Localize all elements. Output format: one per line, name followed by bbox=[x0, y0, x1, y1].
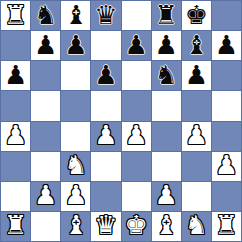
white-rook-h1[interactable]: ♜ bbox=[215, 212, 238, 238]
square-d3[interactable] bbox=[91, 152, 120, 181]
square-d5[interactable] bbox=[91, 91, 120, 120]
square-g1[interactable]: ♞ bbox=[182, 212, 211, 241]
square-f3[interactable] bbox=[152, 152, 181, 181]
black-king-g8[interactable]: ♚ bbox=[185, 2, 208, 28]
square-f1[interactable]: ♝ bbox=[152, 212, 181, 241]
black-pawn-c7[interactable]: ♟ bbox=[64, 32, 87, 58]
square-d8[interactable]: ♛ bbox=[91, 1, 120, 30]
square-b3[interactable] bbox=[31, 152, 60, 181]
square-h6[interactable] bbox=[212, 61, 241, 90]
square-g8[interactable]: ♚ bbox=[182, 1, 211, 30]
white-king-e1[interactable]: ♚ bbox=[124, 212, 147, 238]
square-d6[interactable]: ♟ bbox=[91, 61, 120, 90]
square-h2[interactable] bbox=[212, 182, 241, 211]
square-e3[interactable] bbox=[122, 152, 151, 181]
square-f2[interactable]: ♟ bbox=[152, 182, 181, 211]
square-c4[interactable] bbox=[61, 122, 90, 151]
square-d7[interactable] bbox=[91, 31, 120, 60]
square-b4[interactable] bbox=[31, 122, 60, 151]
square-b7[interactable]: ♟ bbox=[31, 31, 60, 60]
square-c8[interactable]: ♝ bbox=[61, 1, 90, 30]
square-b1[interactable] bbox=[31, 212, 60, 241]
square-g6[interactable]: ♟ bbox=[182, 61, 211, 90]
square-g2[interactable] bbox=[182, 182, 211, 211]
square-b8[interactable]: ♞ bbox=[31, 1, 60, 30]
square-d4[interactable]: ♟ bbox=[91, 122, 120, 151]
square-c6[interactable] bbox=[61, 61, 90, 90]
square-g7[interactable]: ♝ bbox=[182, 31, 211, 60]
square-f8[interactable]: ♜ bbox=[152, 1, 181, 30]
square-c7[interactable]: ♟ bbox=[61, 31, 90, 60]
white-rook-a1[interactable]: ♜ bbox=[4, 212, 27, 238]
square-e2[interactable] bbox=[122, 182, 151, 211]
square-b6[interactable] bbox=[31, 61, 60, 90]
white-pawn-b2[interactable]: ♟ bbox=[34, 182, 57, 208]
square-f4[interactable] bbox=[152, 122, 181, 151]
square-a8[interactable]: ♜ bbox=[1, 1, 30, 30]
square-f5[interactable] bbox=[152, 91, 181, 120]
square-a7[interactable] bbox=[1, 31, 30, 60]
square-g4[interactable]: ♟ bbox=[182, 122, 211, 151]
black-pawn-b7[interactable]: ♟ bbox=[34, 32, 57, 58]
black-pawn-h7[interactable]: ♟ bbox=[215, 32, 238, 58]
square-e8[interactable] bbox=[122, 1, 151, 30]
square-d1[interactable]: ♛ bbox=[91, 212, 120, 241]
square-e4[interactable]: ♟ bbox=[122, 122, 151, 151]
white-pawn-g4[interactable]: ♟ bbox=[185, 122, 208, 148]
white-bishop-c1[interactable]: ♝ bbox=[64, 212, 87, 238]
black-rook-f8[interactable]: ♜ bbox=[155, 2, 178, 28]
square-f7[interactable]: ♟ bbox=[152, 31, 181, 60]
square-b5[interactable] bbox=[31, 91, 60, 120]
black-knight-f6[interactable]: ♞ bbox=[155, 62, 178, 88]
square-a3[interactable] bbox=[1, 152, 30, 181]
white-pawn-c2[interactable]: ♟ bbox=[64, 182, 87, 208]
white-pawn-a4[interactable]: ♟ bbox=[4, 122, 27, 148]
square-g5[interactable] bbox=[182, 91, 211, 120]
square-c1[interactable]: ♝ bbox=[61, 212, 90, 241]
square-h7[interactable]: ♟ bbox=[212, 31, 241, 60]
white-knight-c3[interactable]: ♞ bbox=[64, 152, 87, 178]
white-pawn-h3[interactable]: ♟ bbox=[215, 152, 238, 178]
square-a5[interactable] bbox=[1, 91, 30, 120]
square-g3[interactable] bbox=[182, 152, 211, 181]
black-bishop-g7[interactable]: ♝ bbox=[185, 32, 208, 58]
square-e6[interactable] bbox=[122, 61, 151, 90]
square-e7[interactable]: ♟ bbox=[122, 31, 151, 60]
square-a4[interactable]: ♟ bbox=[1, 122, 30, 151]
white-pawn-f2[interactable]: ♟ bbox=[155, 182, 178, 208]
square-c2[interactable]: ♟ bbox=[61, 182, 90, 211]
white-pawn-d4[interactable]: ♟ bbox=[94, 122, 117, 148]
square-h5[interactable] bbox=[212, 91, 241, 120]
white-pawn-e4[interactable]: ♟ bbox=[124, 122, 147, 148]
white-knight-g1[interactable]: ♞ bbox=[185, 212, 208, 238]
black-pawn-g6[interactable]: ♟ bbox=[185, 62, 208, 88]
square-e1[interactable]: ♚ bbox=[122, 212, 151, 241]
black-bishop-c8[interactable]: ♝ bbox=[64, 2, 87, 28]
square-b2[interactable]: ♟ bbox=[31, 182, 60, 211]
square-d2[interactable] bbox=[91, 182, 120, 211]
white-rook-a8[interactable]: ♜ bbox=[4, 2, 27, 28]
square-h8[interactable] bbox=[212, 1, 241, 30]
black-pawn-e7[interactable]: ♟ bbox=[124, 32, 147, 58]
square-h3[interactable]: ♟ bbox=[212, 152, 241, 181]
square-c5[interactable] bbox=[61, 91, 90, 120]
square-f6[interactable]: ♞ bbox=[152, 61, 181, 90]
square-h4[interactable] bbox=[212, 122, 241, 151]
black-knight-b8[interactable]: ♞ bbox=[34, 2, 57, 28]
square-a2[interactable] bbox=[1, 182, 30, 211]
white-bishop-f1[interactable]: ♝ bbox=[155, 212, 178, 238]
square-e5[interactable] bbox=[122, 91, 151, 120]
square-h1[interactable]: ♜ bbox=[212, 212, 241, 241]
black-pawn-f7[interactable]: ♟ bbox=[155, 32, 178, 58]
square-a1[interactable]: ♜ bbox=[1, 212, 30, 241]
white-queen-d1[interactable]: ♛ bbox=[94, 212, 117, 238]
square-a6[interactable]: ♟ bbox=[1, 61, 30, 90]
black-queen-d8[interactable]: ♛ bbox=[94, 2, 117, 28]
square-c3[interactable]: ♞ bbox=[61, 152, 90, 181]
chess-board: ♜♞♝♛♜♚♟♟♟♟♝♟♟♟♞♟♟♟♟♟♞♟♟♟♟♜♝♛♚♝♞♜ bbox=[0, 0, 242, 242]
black-pawn-a6[interactable]: ♟ bbox=[4, 62, 27, 88]
black-pawn-d6[interactable]: ♟ bbox=[94, 62, 117, 88]
